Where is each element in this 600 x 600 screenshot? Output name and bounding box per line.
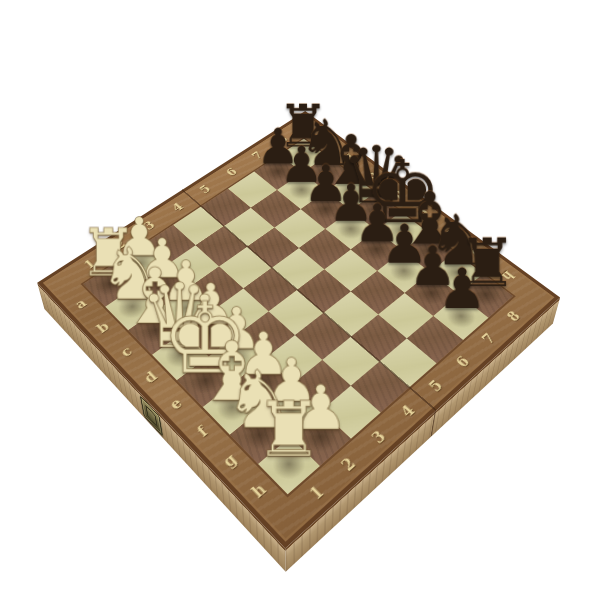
fold-seam-side [430, 411, 436, 438]
folding-chess-box: ♜♞♝♛♚♝♞♜♟♟♟♟♟♟♟♟♟♟♟♟♟♟♟♟♜♞♝♛♚♝♞♜ 8765432… [37, 111, 560, 548]
black-pawn-h7[interactable]: ♟ [437, 262, 487, 318]
board-top: ♜♞♝♛♚♝♞♜♟♟♟♟♟♟♟♟♟♟♟♟♟♟♟♟♜♞♝♛♚♝♞♜ 8765432… [37, 111, 560, 548]
board-grid: ♜♞♝♛♚♝♞♜♟♟♟♟♟♟♟♟♟♟♟♟♟♟♟♟♜♞♝♛♚♝♞♜ [83, 139, 513, 494]
white-rook-h1[interactable]: ♜ [255, 392, 324, 469]
product-photo-scene: ♜♞♝♛♚♝♞♜♟♟♟♟♟♟♟♟♟♟♟♟♟♟♟♟♜♞♝♛♚♝♞♜ 8765432… [0, 0, 600, 600]
